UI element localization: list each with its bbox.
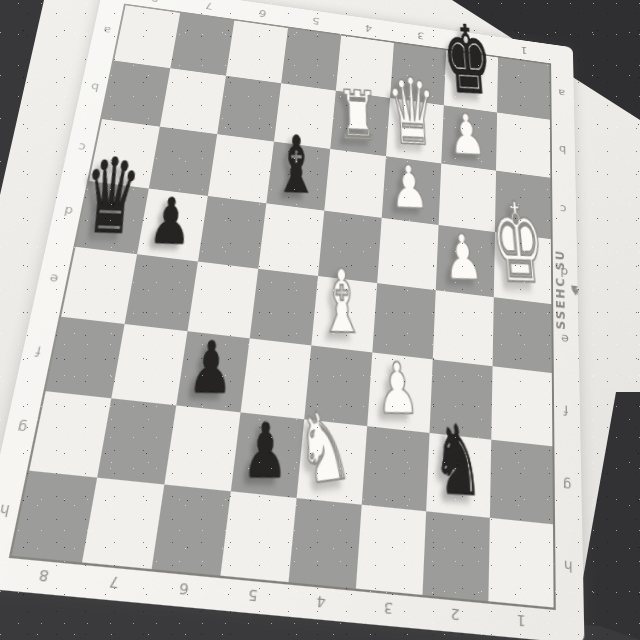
square-h6: [152, 485, 231, 576]
black-king-a2: ♚: [440, 17, 495, 104]
square-g6: [164, 405, 240, 491]
square-c5: ♝: [266, 142, 330, 211]
coordinate-label-bottom-3: 3: [353, 589, 422, 629]
square-e4: ♝: [311, 276, 377, 352]
wordmark-letters: SSEHC SU: [553, 248, 568, 330]
square-a5: [281, 28, 341, 91]
white-king-d1: ♚: [488, 193, 549, 294]
black-knight-g2: ♞: [433, 418, 484, 508]
white-rook-b4: ♜: [336, 85, 380, 148]
coordinate-label-bottom-1: 1: [488, 601, 554, 640]
coordinate-label-right-c: c: [550, 178, 576, 243]
knight-logo-icon: ♞: [567, 282, 582, 298]
white-pawn-c3: ♟: [389, 161, 430, 216]
square-f3: ♟: [367, 352, 433, 432]
square-b4: ♜: [330, 91, 390, 157]
square-h1: [488, 518, 553, 608]
coordinate-label-bottom-6: 6: [146, 569, 220, 610]
black-pawn-g5: ♟: [242, 418, 288, 487]
square-d7: ♟: [137, 189, 208, 262]
square-b1: [496, 113, 550, 178]
square-d2: ♟: [436, 225, 495, 297]
coordinate-label-right-a: a: [549, 65, 574, 123]
white-pawn-f3: ♟: [376, 358, 421, 422]
coordinate-label-bottom-8: 8: [4, 556, 82, 597]
square-b2: ♟: [441, 105, 497, 170]
square-g1: [490, 440, 553, 525]
black-pawn-d7: ♟: [148, 193, 193, 251]
square-d6: [198, 196, 266, 269]
square-f1: [491, 366, 552, 446]
square-a1: [497, 57, 550, 119]
square-e5: [250, 269, 318, 346]
coordinate-label-right-b: b: [550, 120, 576, 181]
square-e7: [125, 254, 198, 331]
square-c3: ♟: [382, 156, 442, 225]
square-b7: [160, 68, 226, 134]
square-e2: [433, 290, 494, 366]
square-d5: [258, 203, 324, 276]
square-g2: ♞: [426, 433, 491, 518]
white-queen-b3: ♛: [385, 70, 439, 155]
coordinate-label-bottom-5: 5: [216, 576, 288, 617]
square-h2: [422, 511, 489, 601]
coordinate-label-bottom-4: 4: [285, 582, 356, 623]
white-bishop-e4: ♝: [318, 262, 366, 342]
square-c6: [208, 134, 274, 203]
coordinate-label-right-f: f: [552, 373, 581, 449]
square-b8: [102, 61, 170, 127]
square-g4: ♞: [297, 419, 368, 504]
coordinate-label-right-h: h: [553, 524, 584, 610]
uschess-wordmark: SSEHC SU♞: [553, 234, 579, 347]
square-e1: [493, 297, 552, 373]
square-f6: ♟: [176, 331, 249, 412]
square-h7: [82, 478, 164, 569]
square-d8: ♛: [76, 181, 149, 254]
square-a8: [114, 5, 180, 68]
chess-board: 87654321 87654321 abcdefgh abcdefgh ♚♜♛♟…: [0, 0, 584, 640]
square-a6: [226, 21, 288, 84]
square-g3: [362, 426, 430, 511]
coordinate-label-bottom-2: 2: [421, 595, 488, 635]
white-pawn-d2: ♟: [442, 230, 485, 288]
square-h3: [356, 505, 426, 595]
square-f7: [111, 324, 187, 405]
square-h5: [220, 491, 296, 582]
square-b6: [217, 76, 281, 142]
square-h4: [289, 498, 362, 589]
square-d3: [377, 218, 438, 290]
coordinate-label-bottom-7: 7: [76, 562, 152, 603]
black-bishop-c5: ♝: [273, 129, 318, 201]
square-d1: ♚: [494, 232, 551, 304]
black-pawn-f6: ♟: [187, 337, 233, 402]
square-g7: [97, 398, 176, 484]
square-c4: [324, 149, 386, 218]
photo-of-chess-position: 87654321 87654321 abcdefgh abcdefgh ♚♜♛♟…: [0, 0, 640, 640]
coordinate-label-right-g: g: [552, 446, 582, 527]
white-pawn-b2: ♟: [447, 110, 488, 162]
square-a7: [170, 13, 234, 76]
black-queen-d8: ♛: [79, 149, 143, 244]
